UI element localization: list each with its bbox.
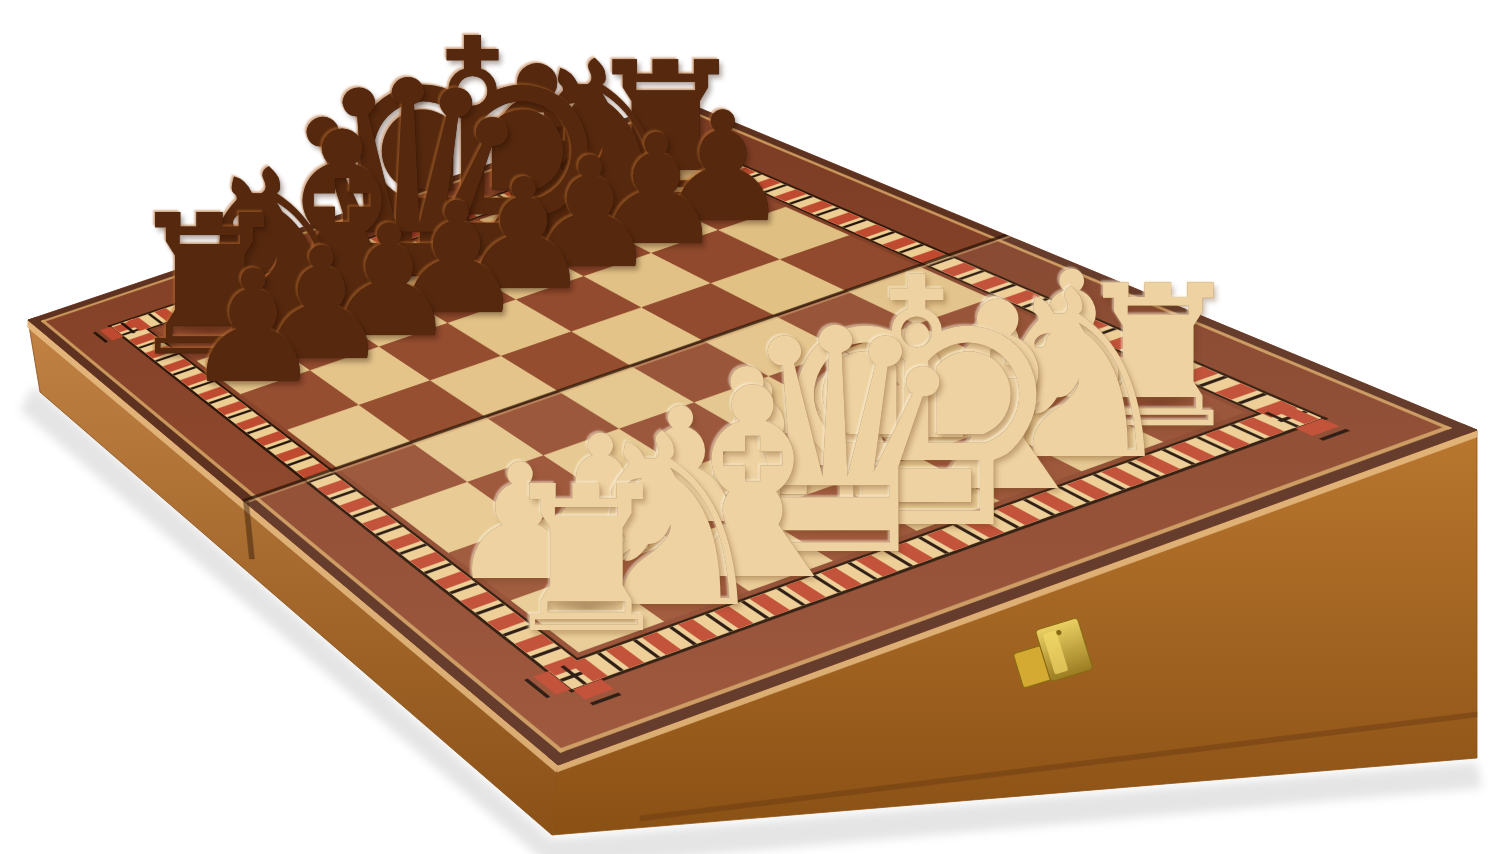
product-photo: ♜♞♟♝♟♚♟♛♟♝♟♞♟♜♟♟♟♟♜♟♞♟♝♟♚♟♛♟♝♟♞♜ — [0, 0, 1500, 854]
chess-board — [0, 0, 1500, 854]
